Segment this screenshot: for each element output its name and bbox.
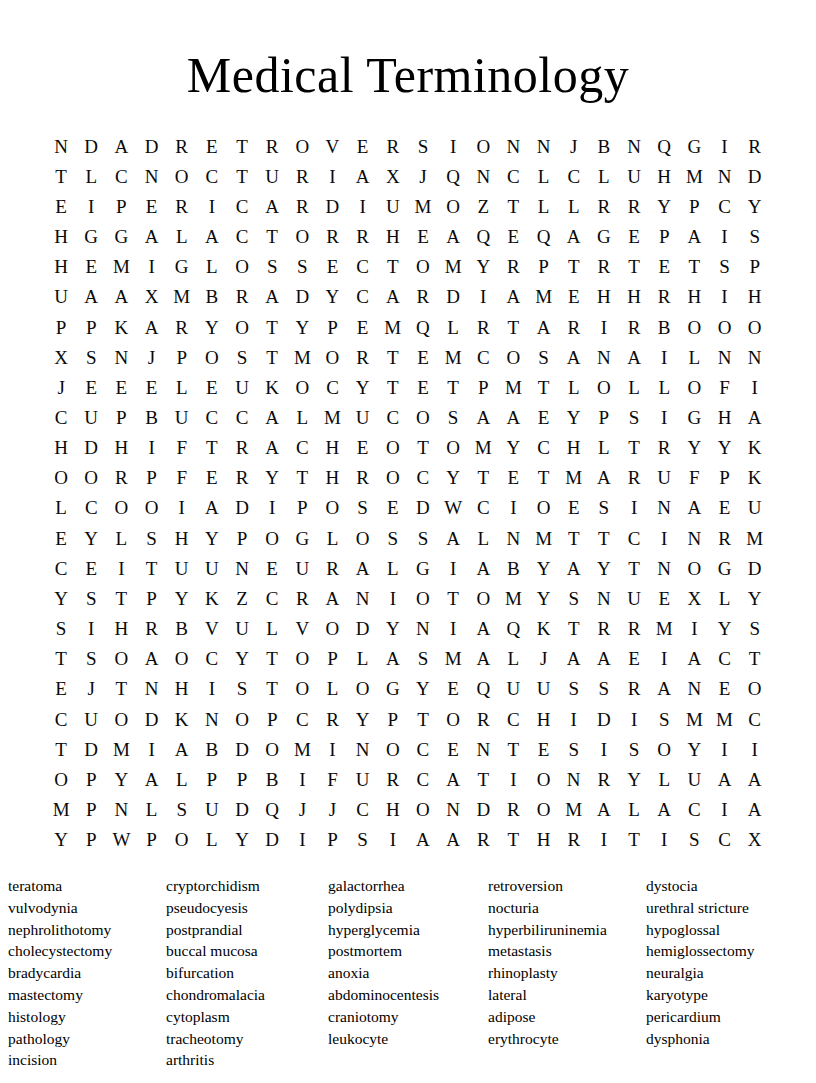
- grid-cell[interactable]: O: [167, 825, 197, 855]
- grid-cell[interactable]: M: [287, 342, 317, 372]
- grid-cell[interactable]: T: [408, 433, 438, 463]
- grid-cell[interactable]: P: [197, 764, 227, 794]
- grid-cell[interactable]: R: [348, 342, 378, 372]
- grid-cell[interactable]: N: [468, 734, 498, 764]
- grid-cell[interactable]: U: [287, 553, 317, 583]
- grid-cell[interactable]: E: [529, 734, 559, 764]
- grid-cell[interactable]: C: [468, 493, 498, 523]
- grid-cell[interactable]: R: [589, 191, 619, 221]
- grid-cell[interactable]: O: [106, 704, 136, 734]
- grid-cell[interactable]: C: [709, 191, 739, 221]
- grid-cell[interactable]: J: [136, 342, 166, 372]
- grid-cell[interactable]: Y: [197, 312, 227, 342]
- grid-cell[interactable]: H: [46, 433, 76, 463]
- grid-cell[interactable]: S: [76, 583, 106, 613]
- grid-cell[interactable]: T: [46, 644, 76, 674]
- grid-cell[interactable]: N: [709, 342, 739, 372]
- grid-cell[interactable]: A: [559, 221, 589, 251]
- grid-cell[interactable]: A: [257, 191, 287, 221]
- grid-cell[interactable]: S: [167, 794, 197, 824]
- grid-cell[interactable]: O: [287, 674, 317, 704]
- grid-cell[interactable]: H: [317, 463, 347, 493]
- grid-cell[interactable]: C: [498, 161, 528, 191]
- grid-cell[interactable]: Q: [529, 221, 559, 251]
- grid-cell[interactable]: O: [317, 493, 347, 523]
- grid-cell[interactable]: H: [559, 433, 589, 463]
- grid-cell[interactable]: F: [167, 433, 197, 463]
- grid-cell[interactable]: C: [46, 704, 76, 734]
- grid-cell[interactable]: H: [740, 282, 770, 312]
- grid-cell[interactable]: P: [679, 191, 709, 221]
- grid-cell[interactable]: T: [559, 523, 589, 553]
- grid-cell[interactable]: D: [257, 825, 287, 855]
- grid-cell[interactable]: U: [227, 372, 257, 402]
- grid-cell[interactable]: K: [740, 463, 770, 493]
- grid-cell[interactable]: N: [498, 523, 528, 553]
- grid-cell[interactable]: M: [167, 282, 197, 312]
- grid-cell[interactable]: P: [317, 825, 347, 855]
- grid-cell[interactable]: C: [468, 342, 498, 372]
- grid-cell[interactable]: I: [498, 764, 528, 794]
- grid-cell[interactable]: O: [709, 312, 739, 342]
- grid-cell[interactable]: E: [197, 131, 227, 161]
- grid-cell[interactable]: N: [589, 583, 619, 613]
- grid-cell[interactable]: G: [589, 221, 619, 251]
- grid-cell[interactable]: A: [740, 764, 770, 794]
- grid-cell[interactable]: A: [679, 221, 709, 251]
- grid-cell[interactable]: D: [76, 433, 106, 463]
- grid-cell[interactable]: L: [709, 583, 739, 613]
- grid-cell[interactable]: L: [619, 372, 649, 402]
- grid-cell[interactable]: P: [106, 191, 136, 221]
- grid-cell[interactable]: Y: [257, 463, 287, 493]
- grid-cell[interactable]: A: [348, 161, 378, 191]
- grid-cell[interactable]: L: [649, 372, 679, 402]
- grid-cell[interactable]: T: [468, 463, 498, 493]
- grid-cell[interactable]: P: [76, 312, 106, 342]
- grid-cell[interactable]: O: [408, 583, 438, 613]
- grid-cell[interactable]: N: [589, 342, 619, 372]
- grid-cell[interactable]: M: [106, 734, 136, 764]
- grid-cell[interactable]: A: [438, 221, 468, 251]
- grid-cell[interactable]: Y: [679, 734, 709, 764]
- grid-cell[interactable]: N: [136, 674, 166, 704]
- grid-cell[interactable]: H: [709, 402, 739, 432]
- grid-cell[interactable]: I: [619, 704, 649, 734]
- grid-cell[interactable]: C: [76, 493, 106, 523]
- grid-cell[interactable]: R: [257, 131, 287, 161]
- grid-cell[interactable]: I: [709, 794, 739, 824]
- grid-cell[interactable]: D: [468, 794, 498, 824]
- grid-cell[interactable]: O: [106, 644, 136, 674]
- grid-cell[interactable]: H: [46, 221, 76, 251]
- grid-cell[interactable]: H: [106, 614, 136, 644]
- grid-cell[interactable]: L: [468, 523, 498, 553]
- grid-cell[interactable]: W: [438, 493, 468, 523]
- grid-cell[interactable]: R: [287, 161, 317, 191]
- grid-cell[interactable]: G: [408, 553, 438, 583]
- grid-cell[interactable]: E: [438, 734, 468, 764]
- grid-cell[interactable]: R: [378, 131, 408, 161]
- grid-cell[interactable]: A: [468, 553, 498, 583]
- grid-cell[interactable]: O: [408, 794, 438, 824]
- grid-cell[interactable]: Y: [498, 433, 528, 463]
- grid-cell[interactable]: M: [438, 342, 468, 372]
- grid-cell[interactable]: T: [257, 312, 287, 342]
- grid-cell[interactable]: E: [46, 523, 76, 553]
- grid-cell[interactable]: A: [468, 402, 498, 432]
- grid-cell[interactable]: G: [76, 221, 106, 251]
- grid-cell[interactable]: E: [106, 372, 136, 402]
- grid-cell[interactable]: X: [46, 342, 76, 372]
- grid-cell[interactable]: I: [76, 191, 106, 221]
- grid-cell[interactable]: Z: [227, 583, 257, 613]
- grid-cell[interactable]: Y: [378, 614, 408, 644]
- grid-cell[interactable]: O: [408, 252, 438, 282]
- grid-cell[interactable]: B: [498, 553, 528, 583]
- grid-cell[interactable]: E: [408, 221, 438, 251]
- grid-cell[interactable]: O: [348, 523, 378, 553]
- grid-cell[interactable]: E: [317, 252, 347, 282]
- grid-cell[interactable]: O: [679, 312, 709, 342]
- grid-cell[interactable]: I: [649, 402, 679, 432]
- grid-cell[interactable]: L: [317, 674, 347, 704]
- grid-cell[interactable]: T: [287, 463, 317, 493]
- grid-cell[interactable]: P: [529, 252, 559, 282]
- grid-cell[interactable]: M: [679, 161, 709, 191]
- grid-cell[interactable]: R: [106, 463, 136, 493]
- grid-cell[interactable]: E: [348, 131, 378, 161]
- grid-cell[interactable]: L: [498, 644, 528, 674]
- grid-cell[interactable]: I: [679, 614, 709, 644]
- grid-cell[interactable]: O: [287, 372, 317, 402]
- grid-cell[interactable]: D: [589, 704, 619, 734]
- grid-cell[interactable]: T: [559, 252, 589, 282]
- grid-cell[interactable]: C: [197, 161, 227, 191]
- grid-cell[interactable]: P: [287, 493, 317, 523]
- grid-cell[interactable]: I: [709, 221, 739, 251]
- grid-cell[interactable]: Y: [709, 614, 739, 644]
- grid-cell[interactable]: T: [378, 252, 408, 282]
- grid-cell[interactable]: K: [106, 312, 136, 342]
- grid-cell[interactable]: A: [257, 282, 287, 312]
- grid-cell[interactable]: E: [408, 342, 438, 372]
- grid-cell[interactable]: A: [317, 583, 347, 613]
- grid-cell[interactable]: I: [468, 282, 498, 312]
- grid-cell[interactable]: L: [197, 825, 227, 855]
- grid-cell[interactable]: A: [197, 221, 227, 251]
- grid-cell[interactable]: L: [197, 252, 227, 282]
- grid-cell[interactable]: H: [619, 282, 649, 312]
- grid-cell[interactable]: Q: [468, 674, 498, 704]
- grid-cell[interactable]: A: [529, 312, 559, 342]
- grid-cell[interactable]: V: [197, 614, 227, 644]
- grid-cell[interactable]: B: [197, 282, 227, 312]
- grid-cell[interactable]: A: [709, 764, 739, 794]
- grid-cell[interactable]: O: [529, 794, 559, 824]
- grid-cell[interactable]: O: [317, 342, 347, 372]
- grid-cell[interactable]: E: [136, 191, 166, 221]
- grid-cell[interactable]: R: [136, 614, 166, 644]
- grid-cell[interactable]: O: [46, 463, 76, 493]
- grid-cell[interactable]: Q: [257, 794, 287, 824]
- grid-cell[interactable]: D: [227, 734, 257, 764]
- grid-cell[interactable]: C: [529, 433, 559, 463]
- grid-cell[interactable]: J: [46, 372, 76, 402]
- grid-cell[interactable]: O: [287, 221, 317, 251]
- grid-cell[interactable]: T: [46, 161, 76, 191]
- grid-cell[interactable]: L: [679, 342, 709, 372]
- grid-cell[interactable]: E: [348, 312, 378, 342]
- grid-cell[interactable]: S: [589, 493, 619, 523]
- grid-cell[interactable]: R: [468, 704, 498, 734]
- grid-cell[interactable]: I: [287, 825, 317, 855]
- grid-cell[interactable]: U: [46, 282, 76, 312]
- grid-cell[interactable]: I: [287, 764, 317, 794]
- grid-cell[interactable]: X: [679, 583, 709, 613]
- grid-cell[interactable]: G: [679, 402, 709, 432]
- grid-cell[interactable]: R: [348, 221, 378, 251]
- grid-cell[interactable]: R: [740, 131, 770, 161]
- grid-cell[interactable]: M: [317, 402, 347, 432]
- grid-cell[interactable]: E: [46, 674, 76, 704]
- grid-cell[interactable]: S: [559, 734, 589, 764]
- grid-cell[interactable]: U: [76, 704, 106, 734]
- grid-cell[interactable]: U: [740, 493, 770, 523]
- grid-cell[interactable]: D: [76, 131, 106, 161]
- grid-cell[interactable]: R: [589, 614, 619, 644]
- grid-cell[interactable]: K: [529, 614, 559, 644]
- grid-cell[interactable]: S: [619, 402, 649, 432]
- grid-cell[interactable]: E: [46, 191, 76, 221]
- grid-cell[interactable]: R: [348, 463, 378, 493]
- grid-cell[interactable]: E: [197, 463, 227, 493]
- grid-cell[interactable]: C: [709, 644, 739, 674]
- grid-cell[interactable]: O: [106, 493, 136, 523]
- grid-cell[interactable]: E: [257, 553, 287, 583]
- grid-cell[interactable]: H: [529, 825, 559, 855]
- grid-cell[interactable]: Q: [649, 131, 679, 161]
- grid-cell[interactable]: O: [348, 674, 378, 704]
- grid-cell[interactable]: T: [438, 372, 468, 402]
- grid-cell[interactable]: P: [740, 252, 770, 282]
- grid-cell[interactable]: T: [227, 131, 257, 161]
- grid-cell[interactable]: T: [740, 644, 770, 674]
- grid-cell[interactable]: A: [167, 734, 197, 764]
- grid-cell[interactable]: D: [348, 614, 378, 644]
- grid-cell[interactable]: R: [559, 312, 589, 342]
- grid-cell[interactable]: U: [679, 764, 709, 794]
- grid-cell[interactable]: Y: [649, 191, 679, 221]
- grid-cell[interactable]: C: [197, 644, 227, 674]
- grid-cell[interactable]: A: [649, 794, 679, 824]
- grid-cell[interactable]: O: [740, 312, 770, 342]
- grid-cell[interactable]: N: [408, 614, 438, 644]
- grid-cell[interactable]: O: [529, 764, 559, 794]
- grid-cell[interactable]: L: [348, 644, 378, 674]
- grid-cell[interactable]: M: [438, 644, 468, 674]
- grid-cell[interactable]: Y: [227, 825, 257, 855]
- grid-cell[interactable]: R: [227, 463, 257, 493]
- grid-cell[interactable]: I: [197, 674, 227, 704]
- grid-cell[interactable]: O: [167, 161, 197, 191]
- grid-cell[interactable]: I: [438, 553, 468, 583]
- grid-cell[interactable]: H: [167, 523, 197, 553]
- grid-cell[interactable]: D: [438, 282, 468, 312]
- grid-cell[interactable]: I: [709, 734, 739, 764]
- grid-cell[interactable]: C: [46, 402, 76, 432]
- grid-cell[interactable]: D: [740, 553, 770, 583]
- grid-cell[interactable]: M: [378, 312, 408, 342]
- grid-cell[interactable]: P: [468, 372, 498, 402]
- grid-cell[interactable]: R: [649, 433, 679, 463]
- grid-cell[interactable]: G: [679, 131, 709, 161]
- grid-cell[interactable]: A: [106, 282, 136, 312]
- grid-cell[interactable]: C: [348, 794, 378, 824]
- grid-cell[interactable]: T: [529, 372, 559, 402]
- grid-cell[interactable]: Y: [46, 825, 76, 855]
- grid-cell[interactable]: N: [438, 794, 468, 824]
- grid-cell[interactable]: P: [709, 463, 739, 493]
- grid-cell[interactable]: E: [76, 372, 106, 402]
- grid-cell[interactable]: U: [529, 674, 559, 704]
- grid-cell[interactable]: T: [257, 674, 287, 704]
- grid-cell[interactable]: T: [529, 463, 559, 493]
- grid-cell[interactable]: O: [679, 553, 709, 583]
- grid-cell[interactable]: I: [106, 553, 136, 583]
- grid-cell[interactable]: U: [348, 764, 378, 794]
- grid-cell[interactable]: G: [106, 221, 136, 251]
- grid-cell[interactable]: X: [740, 825, 770, 855]
- grid-cell[interactable]: O: [438, 191, 468, 221]
- grid-cell[interactable]: G: [378, 674, 408, 704]
- grid-cell[interactable]: A: [559, 644, 589, 674]
- grid-cell[interactable]: T: [257, 644, 287, 674]
- grid-cell[interactable]: A: [498, 282, 528, 312]
- grid-cell[interactable]: R: [287, 583, 317, 613]
- grid-cell[interactable]: Y: [468, 252, 498, 282]
- grid-cell[interactable]: A: [197, 493, 227, 523]
- grid-cell[interactable]: E: [438, 674, 468, 704]
- grid-cell[interactable]: Y: [619, 764, 649, 794]
- grid-cell[interactable]: T: [619, 252, 649, 282]
- grid-cell[interactable]: M: [408, 191, 438, 221]
- grid-cell[interactable]: I: [709, 131, 739, 161]
- grid-cell[interactable]: Y: [46, 583, 76, 613]
- grid-cell[interactable]: H: [378, 221, 408, 251]
- grid-cell[interactable]: R: [559, 825, 589, 855]
- grid-cell[interactable]: P: [317, 644, 347, 674]
- grid-cell[interactable]: R: [468, 825, 498, 855]
- grid-cell[interactable]: E: [76, 252, 106, 282]
- grid-cell[interactable]: O: [378, 734, 408, 764]
- grid-cell[interactable]: N: [559, 764, 589, 794]
- grid-cell[interactable]: I: [136, 433, 166, 463]
- grid-cell[interactable]: M: [498, 583, 528, 613]
- grid-cell[interactable]: S: [227, 674, 257, 704]
- grid-cell[interactable]: I: [438, 131, 468, 161]
- grid-cell[interactable]: U: [619, 161, 649, 191]
- grid-cell[interactable]: I: [649, 523, 679, 553]
- grid-cell[interactable]: S: [287, 252, 317, 282]
- grid-cell[interactable]: A: [679, 644, 709, 674]
- grid-cell[interactable]: P: [136, 825, 166, 855]
- grid-cell[interactable]: P: [76, 794, 106, 824]
- grid-cell[interactable]: D: [136, 131, 166, 161]
- grid-cell[interactable]: H: [106, 433, 136, 463]
- grid-cell[interactable]: P: [257, 704, 287, 734]
- grid-cell[interactable]: C: [679, 794, 709, 824]
- grid-cell[interactable]: T: [468, 764, 498, 794]
- grid-cell[interactable]: O: [378, 433, 408, 463]
- grid-cell[interactable]: S: [559, 583, 589, 613]
- grid-cell[interactable]: J: [287, 794, 317, 824]
- grid-cell[interactable]: U: [348, 402, 378, 432]
- grid-cell[interactable]: I: [649, 644, 679, 674]
- grid-cell[interactable]: T: [679, 252, 709, 282]
- grid-cell[interactable]: R: [378, 764, 408, 794]
- grid-cell[interactable]: N: [679, 523, 709, 553]
- grid-cell[interactable]: A: [408, 825, 438, 855]
- grid-cell[interactable]: A: [76, 282, 106, 312]
- grid-cell[interactable]: E: [649, 252, 679, 282]
- grid-cell[interactable]: S: [740, 614, 770, 644]
- grid-cell[interactable]: T: [378, 372, 408, 402]
- grid-cell[interactable]: Y: [348, 704, 378, 734]
- grid-cell[interactable]: A: [438, 825, 468, 855]
- grid-cell[interactable]: A: [136, 644, 166, 674]
- grid-cell[interactable]: M: [46, 794, 76, 824]
- grid-cell[interactable]: N: [709, 161, 739, 191]
- grid-cell[interactable]: E: [529, 402, 559, 432]
- grid-cell[interactable]: K: [197, 583, 227, 613]
- grid-cell[interactable]: S: [408, 131, 438, 161]
- grid-cell[interactable]: S: [589, 674, 619, 704]
- grid-cell[interactable]: T: [408, 704, 438, 734]
- grid-cell[interactable]: S: [378, 523, 408, 553]
- grid-cell[interactable]: U: [498, 674, 528, 704]
- grid-cell[interactable]: A: [136, 312, 166, 342]
- grid-cell[interactable]: T: [106, 674, 136, 704]
- grid-cell[interactable]: P: [227, 523, 257, 553]
- grid-cell[interactable]: T: [619, 433, 649, 463]
- grid-cell[interactable]: Y: [709, 433, 739, 463]
- grid-cell[interactable]: S: [559, 674, 589, 704]
- grid-cell[interactable]: T: [257, 342, 287, 372]
- grid-cell[interactable]: T: [438, 583, 468, 613]
- grid-cell[interactable]: H: [378, 794, 408, 824]
- grid-cell[interactable]: T: [498, 312, 528, 342]
- grid-cell[interactable]: I: [649, 342, 679, 372]
- grid-cell[interactable]: P: [106, 402, 136, 432]
- grid-cell[interactable]: M: [468, 433, 498, 463]
- grid-cell[interactable]: T: [136, 553, 166, 583]
- grid-cell[interactable]: C: [317, 372, 347, 402]
- grid-cell[interactable]: R: [589, 252, 619, 282]
- grid-cell[interactable]: U: [649, 463, 679, 493]
- grid-cell[interactable]: T: [498, 825, 528, 855]
- grid-cell[interactable]: V: [317, 131, 347, 161]
- grid-cell[interactable]: I: [76, 614, 106, 644]
- grid-cell[interactable]: C: [559, 161, 589, 191]
- grid-cell[interactable]: L: [559, 372, 589, 402]
- grid-cell[interactable]: R: [709, 523, 739, 553]
- grid-cell[interactable]: U: [76, 402, 106, 432]
- grid-cell[interactable]: O: [197, 342, 227, 372]
- grid-cell[interactable]: M: [529, 523, 559, 553]
- grid-cell[interactable]: S: [438, 402, 468, 432]
- grid-cell[interactable]: P: [317, 312, 347, 342]
